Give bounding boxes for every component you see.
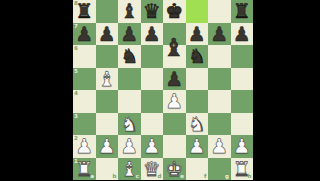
black-pawn-piece[interactable]: ♟ bbox=[73, 23, 96, 46]
square-h5[interactable] bbox=[231, 68, 254, 91]
square-b1[interactable]: b bbox=[96, 158, 119, 181]
black-rook-piece[interactable]: ♜ bbox=[231, 0, 254, 23]
square-a1[interactable]: 1a♜ bbox=[73, 158, 96, 181]
white-pawn-piece[interactable]: ♟ bbox=[163, 90, 186, 113]
square-b7[interactable]: ♟ bbox=[96, 23, 119, 46]
white-pawn-piece[interactable]: ♟ bbox=[141, 135, 164, 158]
dragged-black-bishop-piece[interactable]: ♝ bbox=[161, 33, 187, 61]
square-c7[interactable]: ♟ bbox=[118, 23, 141, 46]
square-d5[interactable] bbox=[141, 68, 164, 91]
square-h3[interactable] bbox=[231, 113, 254, 136]
square-e1[interactable]: e♚ bbox=[163, 158, 186, 181]
letterbox-right bbox=[253, 0, 320, 180]
square-h2[interactable]: ♟ bbox=[231, 135, 254, 158]
square-c3[interactable]: ♞ bbox=[118, 113, 141, 136]
square-b2[interactable]: ♟ bbox=[96, 135, 119, 158]
square-a6[interactable]: 6 bbox=[73, 45, 96, 68]
square-c8[interactable]: ♝ bbox=[118, 0, 141, 23]
letterbox-left bbox=[0, 0, 73, 180]
square-a4[interactable]: 4 bbox=[73, 90, 96, 113]
square-e8[interactable]: ♚ bbox=[163, 0, 186, 23]
white-pawn-piece[interactable]: ♟ bbox=[118, 135, 141, 158]
square-b5[interactable]: ♝ bbox=[96, 68, 119, 91]
square-a8[interactable]: 8♜ bbox=[73, 0, 96, 23]
square-d6[interactable] bbox=[141, 45, 164, 68]
square-g5[interactable] bbox=[208, 68, 231, 91]
white-rook-piece[interactable]: ♜ bbox=[73, 158, 96, 181]
white-queen-piece[interactable]: ♛ bbox=[141, 158, 164, 181]
black-bishop-piece[interactable]: ♝ bbox=[118, 0, 141, 23]
white-rook-piece[interactable]: ♜ bbox=[231, 158, 254, 181]
square-g6[interactable] bbox=[208, 45, 231, 68]
square-e5[interactable]: ♟ bbox=[163, 68, 186, 91]
black-pawn-piece[interactable]: ♟ bbox=[118, 23, 141, 46]
white-pawn-piece[interactable]: ♟ bbox=[73, 135, 96, 158]
square-a7[interactable]: 7♟ bbox=[73, 23, 96, 46]
square-f2[interactable]: ♟ bbox=[186, 135, 209, 158]
square-g3[interactable] bbox=[208, 113, 231, 136]
square-g8[interactable] bbox=[208, 0, 231, 23]
square-c1[interactable]: c♝ bbox=[118, 158, 141, 181]
white-pawn-piece[interactable]: ♟ bbox=[208, 135, 231, 158]
square-g7[interactable]: ♟ bbox=[208, 23, 231, 46]
square-d2[interactable]: ♟ bbox=[141, 135, 164, 158]
square-h6[interactable] bbox=[231, 45, 254, 68]
rank-label-6: 6 bbox=[74, 46, 78, 52]
square-d8[interactable]: ♛ bbox=[141, 0, 164, 23]
black-knight-piece[interactable]: ♞ bbox=[118, 45, 141, 68]
square-d7[interactable]: ♟ bbox=[141, 23, 164, 46]
black-king-piece[interactable]: ♚ bbox=[163, 0, 186, 23]
white-bishop-piece[interactable]: ♝ bbox=[118, 158, 141, 181]
square-a3[interactable]: 3 bbox=[73, 113, 96, 136]
square-f6[interactable]: ♞ bbox=[186, 45, 209, 68]
chess-board[interactable]: 8♜♝♛♚♜7♟♟♟♟♟♟♟6♞♞5♝♟4♟3♞♞2♟♟♟♟♟♟♟1a♜bc♝d… bbox=[73, 0, 253, 180]
black-pawn-piece[interactable]: ♟ bbox=[96, 23, 119, 46]
square-f7[interactable]: ♟ bbox=[186, 23, 209, 46]
video-frame: 8♜♝♛♚♜7♟♟♟♟♟♟♟6♞♞5♝♟4♟3♞♞2♟♟♟♟♟♟♟1a♜bc♝d… bbox=[0, 0, 320, 180]
black-pawn-piece[interactable]: ♟ bbox=[186, 23, 209, 46]
square-e2[interactable] bbox=[163, 135, 186, 158]
square-f4[interactable] bbox=[186, 90, 209, 113]
square-g2[interactable]: ♟ bbox=[208, 135, 231, 158]
square-h8[interactable]: ♜ bbox=[231, 0, 254, 23]
rank-label-3: 3 bbox=[74, 114, 78, 120]
square-a2[interactable]: 2♟ bbox=[73, 135, 96, 158]
white-pawn-piece[interactable]: ♟ bbox=[96, 135, 119, 158]
square-h4[interactable] bbox=[231, 90, 254, 113]
square-e4[interactable]: ♟ bbox=[163, 90, 186, 113]
white-pawn-piece[interactable]: ♟ bbox=[186, 135, 209, 158]
square-h1[interactable]: h♜ bbox=[231, 158, 254, 181]
rank-label-4: 4 bbox=[74, 91, 78, 97]
square-b6[interactable] bbox=[96, 45, 119, 68]
square-f5[interactable] bbox=[186, 68, 209, 91]
square-e3[interactable] bbox=[163, 113, 186, 136]
black-pawn-piece[interactable]: ♟ bbox=[231, 23, 254, 46]
square-f1[interactable]: f bbox=[186, 158, 209, 181]
black-pawn-piece[interactable]: ♟ bbox=[163, 68, 186, 91]
square-d3[interactable] bbox=[141, 113, 164, 136]
square-c5[interactable] bbox=[118, 68, 141, 91]
square-h7[interactable]: ♟ bbox=[231, 23, 254, 46]
square-d1[interactable]: d♛ bbox=[141, 158, 164, 181]
black-queen-piece[interactable]: ♛ bbox=[141, 0, 164, 23]
black-pawn-piece[interactable]: ♟ bbox=[208, 23, 231, 46]
square-g1[interactable]: g bbox=[208, 158, 231, 181]
square-c6[interactable]: ♞ bbox=[118, 45, 141, 68]
rank-label-5: 5 bbox=[74, 69, 78, 75]
square-f8[interactable] bbox=[186, 0, 209, 23]
square-c2[interactable]: ♟ bbox=[118, 135, 141, 158]
white-knight-piece[interactable]: ♞ bbox=[186, 113, 209, 136]
file-label-f: f bbox=[204, 174, 206, 180]
white-pawn-piece[interactable]: ♟ bbox=[231, 135, 254, 158]
square-c4[interactable] bbox=[118, 90, 141, 113]
square-b8[interactable] bbox=[96, 0, 119, 23]
square-g4[interactable] bbox=[208, 90, 231, 113]
square-b4[interactable] bbox=[96, 90, 119, 113]
square-d4[interactable] bbox=[141, 90, 164, 113]
white-bishop-piece[interactable]: ♝ bbox=[96, 68, 119, 91]
black-rook-piece[interactable]: ♜ bbox=[73, 0, 96, 23]
square-a5[interactable]: 5 bbox=[73, 68, 96, 91]
white-king-piece[interactable]: ♚ bbox=[163, 158, 186, 181]
black-pawn-piece[interactable]: ♟ bbox=[141, 23, 164, 46]
square-b3[interactable] bbox=[96, 113, 119, 136]
file-label-b: b bbox=[113, 174, 117, 180]
black-knight-piece[interactable]: ♞ bbox=[186, 45, 209, 68]
white-knight-piece[interactable]: ♞ bbox=[118, 113, 141, 136]
file-label-g: g bbox=[225, 174, 229, 180]
square-f3[interactable]: ♞ bbox=[186, 113, 209, 136]
